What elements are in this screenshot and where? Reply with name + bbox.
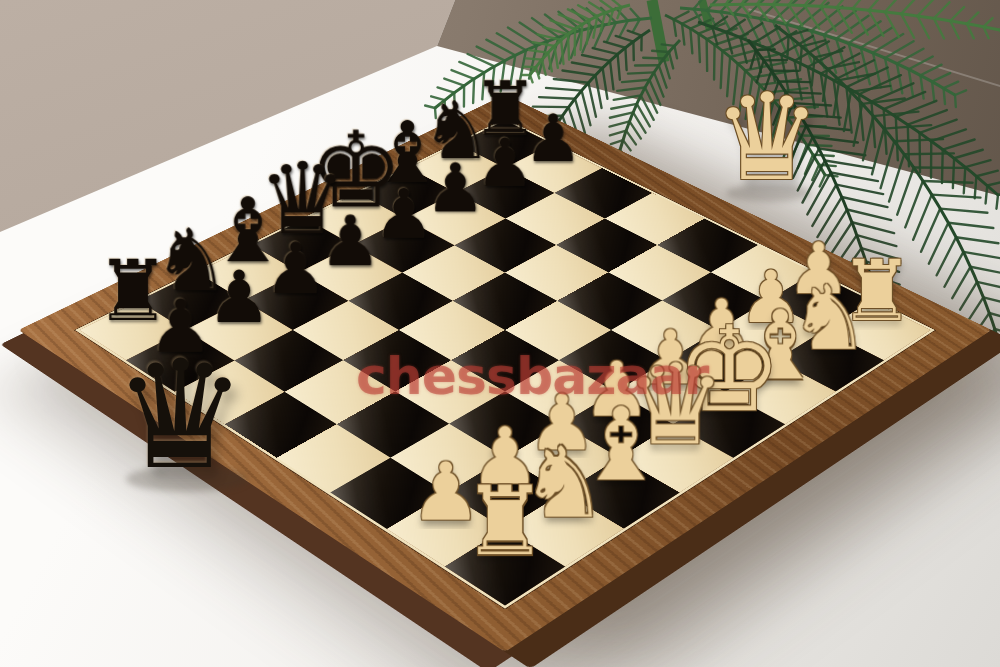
- white-rook-h1: ♜: [817, 190, 937, 330]
- board-scene: ♜♞♝♛♚♝♞♜♟♟♟♟♟♟♟♟♟♟♟♟♟♟♟♟♜♞♝♛♚♝♞♜: [0, 0, 1000, 667]
- square-d2: ♟: [561, 392, 673, 458]
- white-queen-shadow: [726, 184, 812, 202]
- scene: ♜♞♝♛♚♝♞♜♟♟♟♟♟♟♟♟♟♟♟♟♟♟♟♟♜♞♝♛♚♝♞♜ ♛ ♛ che…: [0, 0, 1000, 667]
- square-e1: ♚: [673, 392, 785, 458]
- black-rook-h8: ♜: [451, 19, 558, 144]
- chess-board: ♜♞♝♛♚♝♞♜♟♟♟♟♟♟♟♟♟♟♟♟♟♟♟♟♜♞♝♛♚♝♞♜: [19, 94, 992, 651]
- black-queen-shadow: [126, 466, 248, 492]
